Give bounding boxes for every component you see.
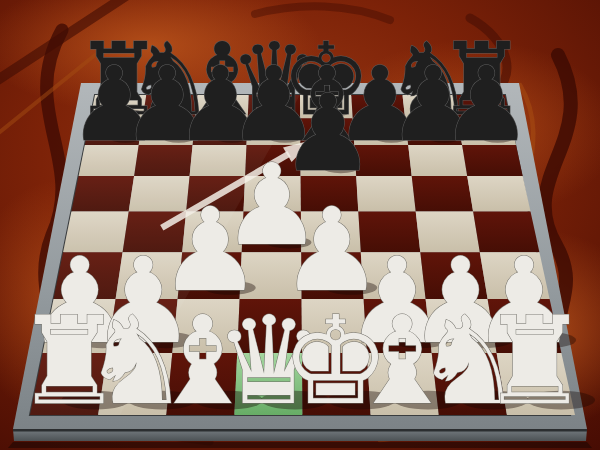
- square-g5[interactable]: [412, 176, 473, 211]
- chess-scene: ♜♞♝♛♚♞♜♟♟♟♟♝♟♟♟♟♟♟♟♟♟♟♟♟♜♞♝♛♚♝♞♜: [0, 0, 600, 450]
- chess-game-window: ♜♞♝♛♚♞♜♟♟♟♟♝♟♟♟♟♟♟♟♟♟♟♟♟♜♞♝♛♚♝♞♜: [0, 0, 600, 450]
- square-h5[interactable]: [467, 176, 530, 211]
- piece-black-pawn-h7[interactable]: ♟: [440, 44, 532, 164]
- piece-white-rook-h1[interactable]: ♜: [480, 290, 589, 432]
